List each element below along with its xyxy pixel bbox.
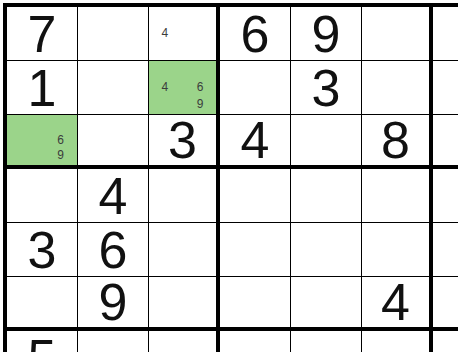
given-digit: 3 <box>28 224 57 276</box>
given-digit: 4 <box>99 170 128 222</box>
sudoku-board: 74691469369348436945 <box>3 3 458 352</box>
cell-r4c1[interactable] <box>7 169 78 223</box>
cell-r1c5[interactable]: 9 <box>291 7 362 61</box>
given-digit: 1 <box>28 62 57 114</box>
cell-r1c1[interactable]: 7 <box>7 7 78 61</box>
cell-r3c6[interactable]: 8 <box>362 115 433 169</box>
pencil-mark-9: 9 <box>51 148 70 163</box>
cell-r1c6[interactable] <box>362 7 433 61</box>
pencil-marks: 4 <box>149 7 216 60</box>
pencil-mark-9: 9 <box>191 96 209 112</box>
cell-r6c4[interactable] <box>220 277 291 331</box>
cell-r5c2[interactable]: 6 <box>78 223 149 277</box>
cell-r3c2[interactable] <box>78 115 149 169</box>
cell-r5c4[interactable] <box>220 223 291 277</box>
given-digit: 5 <box>28 332 57 352</box>
given-digit: 3 <box>168 114 197 166</box>
sudoku-viewport: 74691469369348436945 <box>0 0 458 352</box>
cell-r5c7[interactable] <box>433 223 458 277</box>
cell-r1c3[interactable]: 4 <box>149 7 220 61</box>
cell-r5c6[interactable] <box>362 223 433 277</box>
given-digit: 4 <box>241 114 270 166</box>
cell-r2c4[interactable] <box>220 61 291 115</box>
pencil-mark-6: 6 <box>191 79 209 95</box>
cell-r1c4[interactable]: 6 <box>220 7 291 61</box>
cell-r7c6[interactable] <box>362 331 433 352</box>
cell-r2c7[interactable] <box>433 61 458 115</box>
pencil-marks: 69 <box>7 115 77 165</box>
pencil-mark-6: 6 <box>51 132 70 147</box>
cell-r7c3[interactable] <box>149 331 220 352</box>
cell-r6c1[interactable] <box>7 277 78 331</box>
cell-r3c1[interactable]: 69 <box>7 115 78 169</box>
pencil-mark-4: 4 <box>156 25 174 41</box>
cell-r3c5[interactable] <box>291 115 362 169</box>
cell-r6c6[interactable]: 4 <box>362 277 433 331</box>
cell-r1c2[interactable] <box>78 7 149 61</box>
given-digit: 4 <box>381 276 410 328</box>
cell-r7c5[interactable] <box>291 331 362 352</box>
cell-r4c4[interactable] <box>220 169 291 223</box>
cell-r3c3[interactable]: 3 <box>149 115 220 169</box>
cell-r6c5[interactable] <box>291 277 362 331</box>
cell-r7c7[interactable] <box>433 331 458 352</box>
cell-r6c2[interactable]: 9 <box>78 277 149 331</box>
cell-r5c5[interactable] <box>291 223 362 277</box>
cell-r3c7[interactable] <box>433 115 458 169</box>
cell-r2c2[interactable] <box>78 61 149 115</box>
cell-r7c1[interactable]: 5 <box>7 331 78 352</box>
cell-r3c4[interactable]: 4 <box>220 115 291 169</box>
cell-r6c3[interactable] <box>149 277 220 331</box>
cell-r2c1[interactable]: 1 <box>7 61 78 115</box>
cell-r4c6[interactable] <box>362 169 433 223</box>
cell-r5c1[interactable]: 3 <box>7 223 78 277</box>
cell-r4c5[interactable] <box>291 169 362 223</box>
cell-r2c6[interactable] <box>362 61 433 115</box>
cell-r4c7[interactable] <box>433 169 458 223</box>
pencil-marks: 469 <box>149 61 216 114</box>
cell-r1c7[interactable] <box>433 7 458 61</box>
given-digit: 9 <box>99 276 128 328</box>
cell-r7c4[interactable] <box>220 331 291 352</box>
cell-r4c3[interactable] <box>149 169 220 223</box>
pencil-mark-4: 4 <box>156 79 174 95</box>
given-digit: 3 <box>312 62 341 114</box>
given-digit: 6 <box>241 8 270 60</box>
given-digit: 9 <box>312 8 341 60</box>
given-digit: 7 <box>28 8 57 60</box>
cell-r5c3[interactable] <box>149 223 220 277</box>
cell-r4c2[interactable]: 4 <box>78 169 149 223</box>
cell-r2c3[interactable]: 469 <box>149 61 220 115</box>
cell-r6c7[interactable] <box>433 277 458 331</box>
given-digit: 6 <box>99 224 128 276</box>
cell-r2c5[interactable]: 3 <box>291 61 362 115</box>
cell-r7c2[interactable] <box>78 331 149 352</box>
given-digit: 8 <box>381 114 410 166</box>
